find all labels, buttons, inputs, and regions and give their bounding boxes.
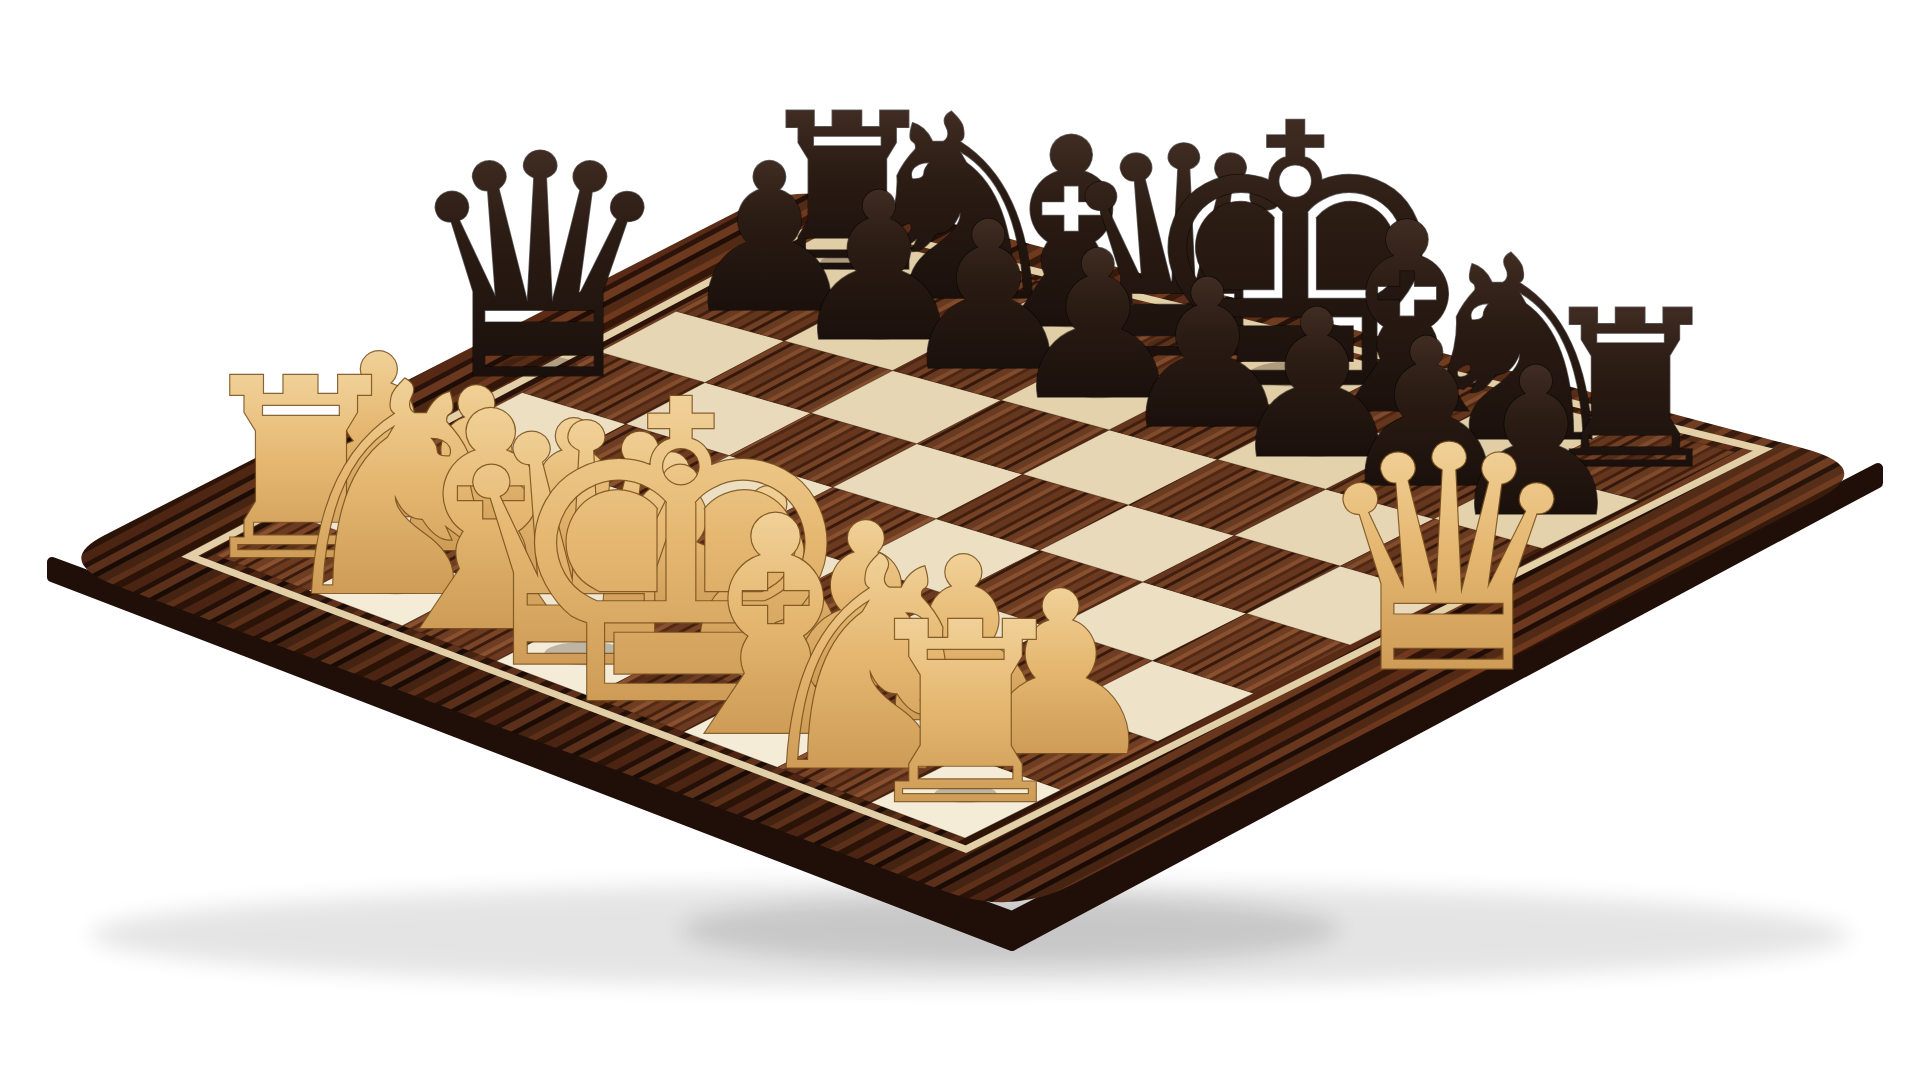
chessboard-photo: ♜♞♟♝♟♛♟♛♚♟♝♟♞♟♜♟♟♟♟♜♟♞♟♝♟♛♛♟♚♟♝♟♞♜ xyxy=(0,0,1920,1080)
spare-white-queen[interactable]: ♛ xyxy=(1309,381,1588,742)
piece-white-rook-h1[interactable]: ♜ xyxy=(854,569,1078,860)
product-photo-stage: ♜♞♟♝♟♛♟♛♚♟♝♟♞♟♜♟♟♟♟♜♟♞♟♝♟♛♛♟♚♟♝♟♞♜ xyxy=(0,0,1920,1080)
